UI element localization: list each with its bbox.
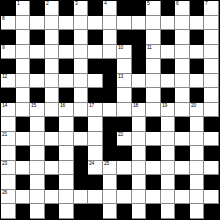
cell-r6c3[interactable] xyxy=(45,88,60,103)
cell-r9c14[interactable] xyxy=(204,132,219,147)
cell-r12c13[interactable] xyxy=(190,175,205,190)
cell-r12c4[interactable] xyxy=(59,175,74,190)
block-r6c4 xyxy=(59,88,74,103)
block-r12c12 xyxy=(175,175,190,190)
cell-r5c11[interactable] xyxy=(161,74,176,89)
block-r14c12 xyxy=(175,204,190,219)
cell-r11c4[interactable] xyxy=(59,161,74,176)
block-r0c11 xyxy=(161,1,176,16)
cell-r9c8[interactable]: 22 xyxy=(117,132,132,147)
cell-r3c8[interactable]: 10 xyxy=(117,45,132,60)
cell-r11c3[interactable] xyxy=(45,161,60,176)
cell-r11c13[interactable] xyxy=(190,161,205,176)
block-r4c9 xyxy=(132,59,147,74)
clue-number-13: 13 xyxy=(118,74,123,79)
clue-number-3: 3 xyxy=(75,1,77,6)
block-r4c4 xyxy=(59,59,74,74)
cell-r4c8[interactable] xyxy=(117,59,132,74)
cell-r6c1[interactable] xyxy=(16,88,31,103)
cell-r13c6[interactable] xyxy=(88,190,103,205)
cell-r8c11[interactable] xyxy=(161,117,176,132)
block-r4c11 xyxy=(161,59,176,74)
cell-r13c4[interactable] xyxy=(59,190,74,205)
cell-r0c5[interactable]: 3 xyxy=(74,1,89,16)
block-r6c7 xyxy=(103,88,118,103)
cell-r11c14[interactable] xyxy=(204,161,219,176)
block-r14c6 xyxy=(88,204,103,219)
clue-number-17: 17 xyxy=(89,103,94,108)
clue-number-2: 2 xyxy=(46,1,48,6)
block-r4c13 xyxy=(190,59,205,74)
cell-r4c10[interactable] xyxy=(146,59,161,74)
block-r10c10 xyxy=(146,146,161,161)
block-r2c13 xyxy=(190,30,205,45)
block-r10c3 xyxy=(45,146,60,161)
cell-r6c10[interactable] xyxy=(146,88,161,103)
cell-r8c9[interactable] xyxy=(132,117,147,132)
block-r14c5 xyxy=(74,204,89,219)
cell-r14c9[interactable] xyxy=(132,204,147,219)
cell-r14c4[interactable] xyxy=(59,204,74,219)
cell-r5c1[interactable] xyxy=(16,74,31,89)
cell-r3c11[interactable] xyxy=(161,45,176,60)
cell-r1c10[interactable] xyxy=(146,16,161,31)
cell-r3c10[interactable]: 11 xyxy=(146,45,161,60)
cell-r2c7[interactable] xyxy=(103,30,118,45)
block-r6c13 xyxy=(190,88,205,103)
cell-r10c0[interactable] xyxy=(1,146,16,161)
cell-r7c3[interactable] xyxy=(45,103,60,118)
block-r14c14 xyxy=(204,204,219,219)
cell-r5c5[interactable] xyxy=(74,74,89,89)
block-r4c0 xyxy=(1,59,16,74)
block-r2c0 xyxy=(1,30,16,45)
cell-r0c12[interactable]: 6 xyxy=(175,1,190,16)
cell-r0c7[interactable]: 4 xyxy=(103,1,118,16)
cell-r3c7[interactable] xyxy=(103,45,118,60)
cell-r1c13[interactable] xyxy=(190,16,205,31)
cell-r1c8[interactable] xyxy=(117,16,132,31)
block-r9c7 xyxy=(103,132,118,147)
cell-r3c6[interactable] xyxy=(88,45,103,60)
block-r6c9 xyxy=(132,88,147,103)
block-r0c2 xyxy=(30,1,45,16)
cell-r9c1[interactable] xyxy=(16,132,31,147)
cell-r7c12[interactable] xyxy=(175,103,190,118)
cell-r11c7[interactable]: 25 xyxy=(103,161,118,176)
block-r11c5 xyxy=(74,161,89,176)
block-r12c3 xyxy=(45,175,60,190)
cell-r1c2[interactable] xyxy=(30,16,45,31)
cell-r13c9[interactable] xyxy=(132,190,147,205)
cell-r7c13[interactable]: 20 xyxy=(190,103,205,118)
clue-number-14: 14 xyxy=(2,103,7,108)
cell-r14c7[interactable] xyxy=(103,204,118,219)
clue-number-24: 24 xyxy=(89,161,94,166)
cell-r9c12[interactable] xyxy=(175,132,190,147)
block-r12c14 xyxy=(204,175,219,190)
block-r8c8 xyxy=(117,117,132,132)
cell-r0c1[interactable]: 1 xyxy=(16,1,31,16)
cell-r12c11[interactable] xyxy=(161,175,176,190)
cell-r5c6[interactable] xyxy=(88,74,103,89)
block-r4c6 xyxy=(88,59,103,74)
block-r8c10 xyxy=(146,117,161,132)
cell-r11c6[interactable]: 24 xyxy=(88,161,103,176)
block-r12c6 xyxy=(88,175,103,190)
block-r2c9 xyxy=(132,30,147,45)
cell-r14c13[interactable] xyxy=(190,204,205,219)
block-r2c2 xyxy=(30,30,45,45)
cell-r13c7[interactable] xyxy=(103,190,118,205)
cell-r5c9[interactable] xyxy=(132,74,147,89)
cell-r1c9[interactable] xyxy=(132,16,147,31)
block-r8c5 xyxy=(74,117,89,132)
block-r2c11 xyxy=(161,30,176,45)
cell-r10c6[interactable] xyxy=(88,146,103,161)
cell-r3c12[interactable] xyxy=(175,45,190,60)
block-r0c9 xyxy=(132,1,147,16)
cell-r8c13[interactable] xyxy=(190,117,205,132)
cell-r4c5[interactable] xyxy=(74,59,89,74)
cell-r5c10[interactable] xyxy=(146,74,161,89)
cell-r8c2[interactable] xyxy=(30,117,45,132)
block-r3c9 xyxy=(132,45,147,60)
cell-r11c8[interactable] xyxy=(117,161,132,176)
cell-r13c10[interactable] xyxy=(146,190,161,205)
cell-r7c2[interactable]: 15 xyxy=(30,103,45,118)
block-r6c0 xyxy=(1,88,16,103)
block-r4c7 xyxy=(103,59,118,74)
block-r10c7 xyxy=(103,146,118,161)
cell-r7c14[interactable] xyxy=(204,103,219,118)
cell-r1c3[interactable] xyxy=(45,16,60,31)
clue-number-1: 1 xyxy=(17,1,19,6)
cell-r5c2[interactable] xyxy=(30,74,45,89)
cell-r11c12[interactable] xyxy=(175,161,190,176)
block-r12c8 xyxy=(117,175,132,190)
cell-r10c11[interactable] xyxy=(161,146,176,161)
block-r0c8 xyxy=(117,1,132,16)
cell-r7c9[interactable]: 18 xyxy=(132,103,147,118)
block-r6c2 xyxy=(30,88,45,103)
cell-r13c14[interactable] xyxy=(204,190,219,205)
cell-r13c13[interactable] xyxy=(190,190,205,205)
cell-r11c0[interactable]: 23 xyxy=(1,161,16,176)
block-r8c7 xyxy=(103,117,118,132)
cell-r4c12[interactable] xyxy=(175,59,190,74)
cell-r14c2[interactable] xyxy=(30,204,45,219)
cell-r5c14[interactable] xyxy=(204,74,219,89)
cell-r6c12[interactable] xyxy=(175,88,190,103)
block-r14c8 xyxy=(117,204,132,219)
cell-r7c5[interactable] xyxy=(74,103,89,118)
block-r0c13 xyxy=(190,1,205,16)
cell-r13c11[interactable] xyxy=(161,190,176,205)
cell-r1c4[interactable] xyxy=(59,16,74,31)
cell-r3c2[interactable] xyxy=(30,45,45,60)
cell-r13c8[interactable] xyxy=(117,190,132,205)
cell-r1c1[interactable] xyxy=(16,16,31,31)
block-r8c12 xyxy=(175,117,190,132)
block-r14c3 xyxy=(45,204,60,219)
block-r8c1 xyxy=(16,117,31,132)
cell-r13c1[interactable] xyxy=(16,190,31,205)
cell-r13c0[interactable]: 26 xyxy=(1,190,16,205)
clue-number-23: 23 xyxy=(2,161,7,166)
cell-r2c1[interactable] xyxy=(16,30,31,45)
block-r8c3 xyxy=(45,117,60,132)
cell-r7c6[interactable]: 17 xyxy=(88,103,103,118)
cell-r13c12[interactable] xyxy=(175,190,190,205)
clue-number-8: 8 xyxy=(2,16,4,21)
cell-r5c8[interactable]: 13 xyxy=(117,74,132,89)
cell-r9c2[interactable] xyxy=(30,132,45,147)
cell-r5c3[interactable] xyxy=(45,74,60,89)
block-r10c1 xyxy=(16,146,31,161)
cell-r11c10[interactable] xyxy=(146,161,161,176)
cell-r8c6[interactable] xyxy=(88,117,103,132)
cell-r13c2[interactable] xyxy=(30,190,45,205)
cell-r11c2[interactable] xyxy=(30,161,45,176)
cell-r5c12[interactable] xyxy=(175,74,190,89)
cell-r10c13[interactable] xyxy=(190,146,205,161)
clue-number-26: 26 xyxy=(2,190,7,195)
cell-r1c6[interactable] xyxy=(88,16,103,31)
cell-r14c0[interactable] xyxy=(1,204,16,219)
cell-r0c14[interactable]: 7 xyxy=(204,1,219,16)
cell-r3c5[interactable] xyxy=(74,45,89,60)
cell-r12c9[interactable] xyxy=(132,175,147,190)
cell-r4c14[interactable] xyxy=(204,59,219,74)
clue-number-19: 19 xyxy=(162,103,167,108)
cell-r6c5[interactable] xyxy=(74,88,89,103)
block-r4c2 xyxy=(30,59,45,74)
cell-r7c10[interactable] xyxy=(146,103,161,118)
cell-r2c14[interactable] xyxy=(204,30,219,45)
cell-r9c9[interactable] xyxy=(132,132,147,147)
clue-number-4: 4 xyxy=(104,1,106,6)
cell-r9c10[interactable] xyxy=(146,132,161,147)
cell-r8c4[interactable] xyxy=(59,117,74,132)
block-r10c5 xyxy=(74,146,89,161)
cell-r1c12[interactable] xyxy=(175,16,190,31)
cell-r1c5[interactable] xyxy=(74,16,89,31)
cell-r9c11[interactable] xyxy=(161,132,176,147)
block-r0c0 xyxy=(1,1,16,16)
cell-r8c0[interactable] xyxy=(1,117,16,132)
block-r6c11 xyxy=(161,88,176,103)
clue-number-6: 6 xyxy=(176,1,178,6)
cell-r9c4[interactable] xyxy=(59,132,74,147)
clue-number-22: 22 xyxy=(118,132,123,137)
block-r14c10 xyxy=(146,204,161,219)
block-r2c4 xyxy=(59,30,74,45)
block-r12c5 xyxy=(74,175,89,190)
clue-number-16: 16 xyxy=(60,103,65,108)
clue-number-9: 9 xyxy=(2,45,4,50)
cell-r6c8[interactable] xyxy=(117,88,132,103)
cell-r5c13[interactable] xyxy=(190,74,205,89)
block-r12c10 xyxy=(146,175,161,190)
cell-r5c0[interactable]: 12 xyxy=(1,74,16,89)
clue-number-5: 5 xyxy=(147,1,149,6)
cell-r9c13[interactable] xyxy=(190,132,205,147)
cell-r4c3[interactable] xyxy=(45,59,60,74)
cell-r7c8[interactable] xyxy=(117,103,132,118)
cell-r3c3[interactable] xyxy=(45,45,60,60)
cell-r2c12[interactable] xyxy=(175,30,190,45)
clue-number-7: 7 xyxy=(205,1,207,6)
cell-r11c9[interactable] xyxy=(132,161,147,176)
cell-r2c3[interactable] xyxy=(45,30,60,45)
cell-r9c0[interactable]: 21 xyxy=(1,132,16,147)
cell-r13c3[interactable] xyxy=(45,190,60,205)
cell-r10c4[interactable] xyxy=(59,146,74,161)
cell-r14c11[interactable] xyxy=(161,204,176,219)
block-r10c12 xyxy=(175,146,190,161)
clue-number-21: 21 xyxy=(2,132,7,137)
cell-r3c14[interactable] xyxy=(204,45,219,60)
cell-r1c14[interactable] xyxy=(204,16,219,31)
cell-r2c10[interactable] xyxy=(146,30,161,45)
cell-r7c0[interactable]: 14 xyxy=(1,103,16,118)
block-r0c4 xyxy=(59,1,74,16)
clue-number-25: 25 xyxy=(104,161,109,166)
block-r10c14 xyxy=(204,146,219,161)
cell-r1c11[interactable] xyxy=(161,16,176,31)
cell-r12c0[interactable] xyxy=(1,175,16,190)
cell-r2c5[interactable] xyxy=(74,30,89,45)
cell-r6c14[interactable] xyxy=(204,88,219,103)
cell-r10c9[interactable] xyxy=(132,146,147,161)
cell-r9c6[interactable] xyxy=(88,132,103,147)
cell-r1c0[interactable]: 8 xyxy=(1,16,16,31)
block-r6c6 xyxy=(88,88,103,103)
crossword-board: 1234567891011121314151617181920212223242… xyxy=(0,0,220,220)
block-r2c8 xyxy=(117,30,132,45)
clue-number-20: 20 xyxy=(191,103,196,108)
cell-r0c10[interactable]: 5 xyxy=(146,1,161,16)
cell-r1c7[interactable] xyxy=(103,16,118,31)
cell-r7c4[interactable]: 16 xyxy=(59,103,74,118)
block-r12c1 xyxy=(16,175,31,190)
cell-r3c1[interactable] xyxy=(16,45,31,60)
cell-r7c7[interactable] xyxy=(103,103,118,118)
block-r14c1 xyxy=(16,204,31,219)
cell-r11c11[interactable] xyxy=(161,161,176,176)
block-r8c14 xyxy=(204,117,219,132)
cell-r3c4[interactable] xyxy=(59,45,74,60)
cell-r0c3[interactable]: 2 xyxy=(45,1,60,16)
cell-r9c3[interactable] xyxy=(45,132,60,147)
cell-r3c0[interactable]: 9 xyxy=(1,45,16,60)
cell-r10c2[interactable] xyxy=(30,146,45,161)
clue-number-10: 10 xyxy=(118,45,123,50)
cell-r7c1[interactable] xyxy=(16,103,31,118)
cell-r13c5[interactable] xyxy=(74,190,89,205)
clue-number-15: 15 xyxy=(31,103,36,108)
clue-number-18: 18 xyxy=(133,103,138,108)
block-r2c6 xyxy=(88,30,103,45)
block-r0c6 xyxy=(88,1,103,16)
cell-r7c11[interactable]: 19 xyxy=(161,103,176,118)
block-r5c7 xyxy=(103,74,118,89)
cell-r12c2[interactable] xyxy=(30,175,45,190)
cell-r12c7[interactable] xyxy=(103,175,118,190)
cell-r9c5[interactable] xyxy=(74,132,89,147)
clue-number-11: 11 xyxy=(147,45,152,50)
cell-r3c13[interactable] xyxy=(190,45,205,60)
block-r10c8 xyxy=(117,146,132,161)
clue-number-12: 12 xyxy=(2,74,7,79)
cell-r5c4[interactable] xyxy=(59,74,74,89)
cell-r11c1[interactable] xyxy=(16,161,31,176)
cell-r4c1[interactable] xyxy=(16,59,31,74)
